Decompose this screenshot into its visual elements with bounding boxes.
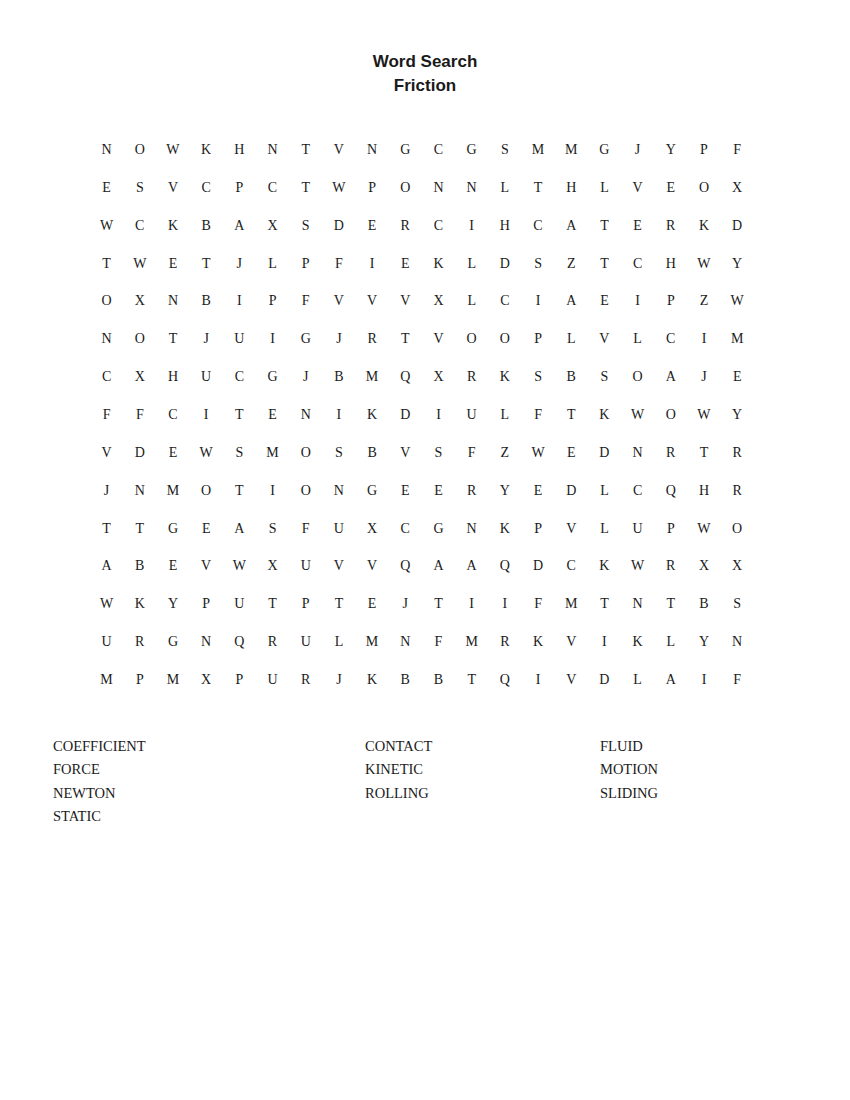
grid-cell-r8c5: T	[223, 396, 256, 434]
grid-cell-r9c10: V	[389, 434, 422, 472]
grid-cell-r12c10: Q	[389, 547, 422, 585]
grid-cell-r4c3: E	[156, 245, 189, 283]
grid-cell-r9c19: T	[687, 434, 720, 472]
word-list-item: COEFFICIENT	[53, 735, 146, 758]
grid-cell-r5c15: A	[555, 282, 588, 320]
grid-cell-r2c18: E	[654, 169, 687, 207]
grid-cell-r11c14: P	[521, 510, 554, 548]
word-list-item: STATIC	[53, 805, 146, 828]
grid-cell-r9c3: E	[156, 434, 189, 472]
grid-cell-r14c5: Q	[223, 623, 256, 661]
word-list-item: ROLLING	[365, 782, 432, 805]
grid-cell-r5c6: P	[256, 282, 289, 320]
grid-cell-r7c1: C	[90, 358, 123, 396]
grid-cell-r2c9: P	[356, 169, 389, 207]
grid-cell-r2c1: E	[90, 169, 123, 207]
grid-cell-r10c12: R	[455, 472, 488, 510]
grid-cell-r11c8: U	[322, 510, 355, 548]
grid-cell-r11c9: X	[356, 510, 389, 548]
grid-cell-r11c1: T	[90, 510, 123, 548]
grid-cell-r13c18: T	[654, 585, 687, 623]
grid-cell-r10c15: D	[555, 472, 588, 510]
grid-cell-r13c5: U	[223, 585, 256, 623]
grid-cell-r7c15: B	[555, 358, 588, 396]
grid-cell-r10c3: M	[156, 472, 189, 510]
grid-cell-r5c1: O	[90, 282, 123, 320]
grid-cell-r4c16: T	[588, 245, 621, 283]
grid-cell-r5c3: N	[156, 282, 189, 320]
word-list-item: CONTACT	[365, 735, 432, 758]
grid-cell-r2c2: S	[123, 169, 156, 207]
grid-cell-r12c11: A	[422, 547, 455, 585]
grid-cell-r15c14: I	[521, 661, 554, 699]
grid-cell-r11c17: U	[621, 510, 654, 548]
grid-cell-r1c15: M	[555, 131, 588, 169]
grid-cell-r10c16: L	[588, 472, 621, 510]
grid-cell-r8c3: C	[156, 396, 189, 434]
grid-cell-r3c17: E	[621, 207, 654, 245]
grid-cell-r14c10: N	[389, 623, 422, 661]
grid-cell-r8c17: W	[621, 396, 654, 434]
grid-cell-r13c6: T	[256, 585, 289, 623]
grid-cell-r14c2: R	[123, 623, 156, 661]
grid-cell-r3c5: A	[223, 207, 256, 245]
grid-cell-r1c19: P	[687, 131, 720, 169]
grid-cell-r7c8: B	[322, 358, 355, 396]
grid-cell-r8c8: I	[322, 396, 355, 434]
grid-cell-r10c4: O	[190, 472, 223, 510]
grid-cell-r12c2: B	[123, 547, 156, 585]
grid-cell-r3c1: W	[90, 207, 123, 245]
grid-cell-r9c4: W	[190, 434, 223, 472]
grid-cell-r3c12: I	[455, 207, 488, 245]
grid-cell-r4c9: I	[356, 245, 389, 283]
grid-cell-r5c8: V	[322, 282, 355, 320]
grid-cell-r4c7: P	[289, 245, 322, 283]
grid-cell-r5c10: V	[389, 282, 422, 320]
grid-cell-r14c20: N	[721, 623, 754, 661]
grid-cell-r13c8: T	[322, 585, 355, 623]
grid-cell-r1c6: N	[256, 131, 289, 169]
grid-cell-r13c1: W	[90, 585, 123, 623]
grid-cell-r6c6: I	[256, 320, 289, 358]
grid-cell-r3c11: C	[422, 207, 455, 245]
grid-cell-r12c13: Q	[488, 547, 521, 585]
grid-cell-r14c4: N	[190, 623, 223, 661]
grid-cell-r2c4: C	[190, 169, 223, 207]
grid-cell-r7c7: J	[289, 358, 322, 396]
grid-cell-r14c18: L	[654, 623, 687, 661]
grid-cell-r7c11: X	[422, 358, 455, 396]
word-list-column-2: CONTACTKINETICROLLING	[365, 735, 432, 805]
grid-cell-r5c5: I	[223, 282, 256, 320]
grid-cell-r11c16: L	[588, 510, 621, 548]
grid-cell-r12c3: E	[156, 547, 189, 585]
grid-cell-r9c13: Z	[488, 434, 521, 472]
grid-cell-r8c7: N	[289, 396, 322, 434]
grid-cell-r4c14: S	[521, 245, 554, 283]
grid-cell-r9c6: M	[256, 434, 289, 472]
grid-cell-r12c12: A	[455, 547, 488, 585]
grid-cell-r6c2: O	[123, 320, 156, 358]
grid-cell-r7c17: O	[621, 358, 654, 396]
grid-cell-r11c10: C	[389, 510, 422, 548]
grid-cell-r6c4: J	[190, 320, 223, 358]
grid-cell-r1c4: K	[190, 131, 223, 169]
grid-cell-r4c1: T	[90, 245, 123, 283]
grid-cell-r15c9: K	[356, 661, 389, 699]
grid-cell-r12c16: K	[588, 547, 621, 585]
grid-cell-r15c18: A	[654, 661, 687, 699]
grid-cell-r12c7: U	[289, 547, 322, 585]
grid-cell-r6c20: M	[721, 320, 754, 358]
grid-cell-r4c10: E	[389, 245, 422, 283]
word-list-column-3: FLUIDMOTIONSLIDING	[600, 735, 658, 805]
grid-cell-r2c6: C	[256, 169, 289, 207]
grid-cell-r14c15: V	[555, 623, 588, 661]
word-list-column-1: COEFFICIENTFORCENEWTONSTATIC	[53, 735, 146, 828]
grid-cell-r3c18: R	[654, 207, 687, 245]
grid-cell-r8c20: Y	[721, 396, 754, 434]
grid-cell-r14c14: K	[521, 623, 554, 661]
word-list-item: NEWTON	[53, 782, 146, 805]
grid-cell-r10c17: C	[621, 472, 654, 510]
grid-cell-r4c5: J	[223, 245, 256, 283]
grid-cell-r2c3: V	[156, 169, 189, 207]
grid-cell-r12c18: R	[654, 547, 687, 585]
grid-cell-r14c19: Y	[687, 623, 720, 661]
grid-cell-r1c11: C	[422, 131, 455, 169]
grid-cell-r9c17: N	[621, 434, 654, 472]
grid-cell-r9c14: W	[521, 434, 554, 472]
grid-cell-r6c5: U	[223, 320, 256, 358]
grid-cell-r14c13: R	[488, 623, 521, 661]
grid-cell-r8c9: K	[356, 396, 389, 434]
grid-cell-r7c20: E	[721, 358, 754, 396]
grid-cell-r3c2: C	[123, 207, 156, 245]
grid-cell-r1c16: G	[588, 131, 621, 169]
grid-cell-r15c17: L	[621, 661, 654, 699]
grid-cell-r11c13: K	[488, 510, 521, 548]
grid-cell-r13c20: S	[721, 585, 754, 623]
grid-cell-r12c5: W	[223, 547, 256, 585]
grid-cell-r1c2: O	[123, 131, 156, 169]
grid-cell-r8c1: F	[90, 396, 123, 434]
word-list-item: SLIDING	[600, 782, 658, 805]
grid-cell-r5c11: X	[422, 282, 455, 320]
grid-cell-r12c8: V	[322, 547, 355, 585]
grid-cell-r13c10: J	[389, 585, 422, 623]
grid-cell-r15c16: D	[588, 661, 621, 699]
grid-cell-r10c11: E	[422, 472, 455, 510]
grid-cell-r15c6: U	[256, 661, 289, 699]
grid-cell-r5c12: L	[455, 282, 488, 320]
grid-cell-r9c7: O	[289, 434, 322, 472]
grid-cell-r5c2: X	[123, 282, 156, 320]
grid-cell-r6c12: O	[455, 320, 488, 358]
grid-cell-r5c9: V	[356, 282, 389, 320]
grid-cell-r15c1: M	[90, 661, 123, 699]
grid-cell-r4c8: F	[322, 245, 355, 283]
title-line-1: Word Search	[0, 50, 850, 74]
grid-cell-r7c18: A	[654, 358, 687, 396]
grid-cell-r5c16: E	[588, 282, 621, 320]
grid-cell-r15c2: P	[123, 661, 156, 699]
word-list-item: FORCE	[53, 758, 146, 781]
grid-cell-r13c11: T	[422, 585, 455, 623]
title-line-2: Friction	[0, 74, 850, 98]
grid-cell-r6c9: R	[356, 320, 389, 358]
grid-cell-r6c17: L	[621, 320, 654, 358]
grid-cell-r14c7: U	[289, 623, 322, 661]
grid-cell-r15c8: J	[322, 661, 355, 699]
grid-cell-r14c6: R	[256, 623, 289, 661]
grid-cell-r9c9: B	[356, 434, 389, 472]
grid-cell-r15c10: B	[389, 661, 422, 699]
grid-cell-r7c16: S	[588, 358, 621, 396]
grid-cell-r10c2: N	[123, 472, 156, 510]
grid-cell-r6c18: C	[654, 320, 687, 358]
grid-cell-r12c9: V	[356, 547, 389, 585]
grid-cell-r11c6: S	[256, 510, 289, 548]
grid-cell-r8c11: I	[422, 396, 455, 434]
grid-cell-r10c1: J	[90, 472, 123, 510]
grid-cell-r8c6: E	[256, 396, 289, 434]
grid-cell-r13c2: K	[123, 585, 156, 623]
grid-cell-r3c3: K	[156, 207, 189, 245]
grid-cell-r11c12: N	[455, 510, 488, 548]
grid-cell-r10c18: Q	[654, 472, 687, 510]
grid-cell-r2c19: O	[687, 169, 720, 207]
grid-cell-r7c14: S	[521, 358, 554, 396]
grid-cell-r12c17: W	[621, 547, 654, 585]
grid-cell-r4c6: L	[256, 245, 289, 283]
grid-cell-r13c12: I	[455, 585, 488, 623]
grid-cell-r11c18: P	[654, 510, 687, 548]
grid-cell-r11c19: W	[687, 510, 720, 548]
grid-cell-r1c9: N	[356, 131, 389, 169]
grid-cell-r4c17: C	[621, 245, 654, 283]
grid-cell-r10c7: O	[289, 472, 322, 510]
grid-cell-r2c10: O	[389, 169, 422, 207]
grid-cell-r5c20: W	[721, 282, 754, 320]
grid-cell-r15c13: Q	[488, 661, 521, 699]
grid-cell-r9c5: S	[223, 434, 256, 472]
grid-cell-r1c13: S	[488, 131, 521, 169]
grid-cell-r8c14: F	[521, 396, 554, 434]
grid-cell-r2c13: L	[488, 169, 521, 207]
grid-cell-r12c4: V	[190, 547, 223, 585]
grid-cell-r2c16: L	[588, 169, 621, 207]
grid-cell-r6c3: T	[156, 320, 189, 358]
grid-cell-r13c9: E	[356, 585, 389, 623]
word-search-grid: NOWKHNTVNGCGSMMGJYPFESVCPCTWPONNLTHLVEOX…	[90, 131, 754, 699]
grid-cell-r7c13: K	[488, 358, 521, 396]
grid-cell-r5c17: I	[621, 282, 654, 320]
grid-cell-r5c18: P	[654, 282, 687, 320]
word-list-item: KINETIC	[365, 758, 432, 781]
grid-cell-r9c12: F	[455, 434, 488, 472]
grid-cell-r6c15: L	[555, 320, 588, 358]
grid-cell-r8c18: O	[654, 396, 687, 434]
grid-cell-r11c4: E	[190, 510, 223, 548]
grid-cell-r2c12: N	[455, 169, 488, 207]
grid-cell-r9c15: E	[555, 434, 588, 472]
grid-cell-r13c7: P	[289, 585, 322, 623]
grid-cell-r10c13: Y	[488, 472, 521, 510]
grid-cell-r7c4: U	[190, 358, 223, 396]
grid-cell-r11c2: T	[123, 510, 156, 548]
grid-cell-r6c1: N	[90, 320, 123, 358]
grid-cell-r8c10: D	[389, 396, 422, 434]
grid-cell-r5c14: I	[521, 282, 554, 320]
puzzle-title: Word Search Friction	[0, 50, 850, 98]
grid-cell-r15c5: P	[223, 661, 256, 699]
grid-cell-r2c15: H	[555, 169, 588, 207]
grid-cell-r9c18: R	[654, 434, 687, 472]
grid-cell-r3c8: D	[322, 207, 355, 245]
grid-cell-r1c14: M	[521, 131, 554, 169]
grid-cell-r7c12: R	[455, 358, 488, 396]
grid-cell-r15c15: V	[555, 661, 588, 699]
grid-cell-r4c11: K	[422, 245, 455, 283]
grid-cell-r2c14: T	[521, 169, 554, 207]
grid-cell-r6c7: G	[289, 320, 322, 358]
grid-cell-r12c15: C	[555, 547, 588, 585]
grid-cell-r10c14: E	[521, 472, 554, 510]
grid-cell-r1c18: Y	[654, 131, 687, 169]
word-list-item: MOTION	[600, 758, 658, 781]
grid-cell-r14c8: L	[322, 623, 355, 661]
grid-cell-r6c8: J	[322, 320, 355, 358]
grid-cell-r11c11: G	[422, 510, 455, 548]
grid-cell-r9c11: S	[422, 434, 455, 472]
grid-cell-r1c10: G	[389, 131, 422, 169]
grid-cell-r15c4: X	[190, 661, 223, 699]
grid-cell-r14c12: M	[455, 623, 488, 661]
grid-cell-r13c15: M	[555, 585, 588, 623]
grid-cell-r11c20: O	[721, 510, 754, 548]
grid-cell-r3c4: B	[190, 207, 223, 245]
grid-cell-r1c20: F	[721, 131, 754, 169]
grid-cell-r3c14: C	[521, 207, 554, 245]
grid-cell-r15c7: R	[289, 661, 322, 699]
grid-cell-r10c19: H	[687, 472, 720, 510]
grid-cell-r5c4: B	[190, 282, 223, 320]
grid-cell-r13c17: N	[621, 585, 654, 623]
grid-cell-r4c4: T	[190, 245, 223, 283]
grid-cell-r14c11: F	[422, 623, 455, 661]
grid-cell-r4c19: W	[687, 245, 720, 283]
grid-cell-r4c15: Z	[555, 245, 588, 283]
grid-cell-r14c1: U	[90, 623, 123, 661]
grid-cell-r10c10: E	[389, 472, 422, 510]
grid-cell-r6c19: I	[687, 320, 720, 358]
grid-cell-r5c7: F	[289, 282, 322, 320]
grid-cell-r13c3: Y	[156, 585, 189, 623]
grid-cell-r3c20: D	[721, 207, 754, 245]
grid-cell-r8c13: L	[488, 396, 521, 434]
grid-cell-r1c3: W	[156, 131, 189, 169]
grid-cell-r8c16: K	[588, 396, 621, 434]
grid-cell-r6c14: P	[521, 320, 554, 358]
grid-cell-r3c19: K	[687, 207, 720, 245]
grid-cell-r12c6: X	[256, 547, 289, 585]
grid-cell-r7c10: Q	[389, 358, 422, 396]
grid-cell-r4c2: W	[123, 245, 156, 283]
grid-cell-r6c11: V	[422, 320, 455, 358]
grid-cell-r3c13: H	[488, 207, 521, 245]
grid-cell-r4c12: L	[455, 245, 488, 283]
grid-cell-r12c1: A	[90, 547, 123, 585]
word-search-page: Word Search Friction NOWKHNTVNGCGSMMGJYP…	[0, 0, 850, 1100]
grid-cell-r10c5: T	[223, 472, 256, 510]
grid-cell-r12c20: X	[721, 547, 754, 585]
grid-cell-r2c5: P	[223, 169, 256, 207]
grid-cell-r2c17: V	[621, 169, 654, 207]
grid-cell-r1c12: G	[455, 131, 488, 169]
grid-cell-r8c19: W	[687, 396, 720, 434]
grid-cell-r8c12: U	[455, 396, 488, 434]
grid-cell-r8c2: F	[123, 396, 156, 434]
grid-cell-r1c5: H	[223, 131, 256, 169]
grid-cell-r10c6: I	[256, 472, 289, 510]
grid-cell-r14c17: K	[621, 623, 654, 661]
grid-cell-r13c13: I	[488, 585, 521, 623]
grid-cell-r8c15: T	[555, 396, 588, 434]
grid-cell-r14c16: I	[588, 623, 621, 661]
grid-cell-r2c8: W	[322, 169, 355, 207]
grid-cell-r7c3: H	[156, 358, 189, 396]
grid-cell-r5c13: C	[488, 282, 521, 320]
grid-cell-r12c19: X	[687, 547, 720, 585]
grid-cell-r1c7: T	[289, 131, 322, 169]
grid-cell-r6c10: T	[389, 320, 422, 358]
grid-cell-r9c16: D	[588, 434, 621, 472]
word-list-item: FLUID	[600, 735, 658, 758]
grid-cell-r1c1: N	[90, 131, 123, 169]
grid-cell-r6c13: O	[488, 320, 521, 358]
grid-cell-r3c15: A	[555, 207, 588, 245]
grid-cell-r13c16: T	[588, 585, 621, 623]
grid-cell-r5c19: Z	[687, 282, 720, 320]
grid-cell-r14c3: G	[156, 623, 189, 661]
grid-cell-r3c7: S	[289, 207, 322, 245]
grid-cell-r9c2: D	[123, 434, 156, 472]
grid-cell-r11c5: A	[223, 510, 256, 548]
grid-cell-r3c10: R	[389, 207, 422, 245]
grid-cell-r15c3: M	[156, 661, 189, 699]
grid-cell-r15c19: I	[687, 661, 720, 699]
grid-cell-r13c14: F	[521, 585, 554, 623]
grid-cell-r11c15: V	[555, 510, 588, 548]
grid-cell-r11c7: F	[289, 510, 322, 548]
grid-cell-r8c4: I	[190, 396, 223, 434]
grid-cell-r9c8: S	[322, 434, 355, 472]
grid-cell-r1c17: J	[621, 131, 654, 169]
grid-cell-r2c11: N	[422, 169, 455, 207]
grid-cell-r10c8: N	[322, 472, 355, 510]
grid-cell-r11c3: G	[156, 510, 189, 548]
grid-cell-r15c11: B	[422, 661, 455, 699]
grid-cell-r9c20: R	[721, 434, 754, 472]
grid-cell-r13c19: B	[687, 585, 720, 623]
grid-cell-r14c9: M	[356, 623, 389, 661]
grid-cell-r4c13: D	[488, 245, 521, 283]
grid-cell-r2c20: X	[721, 169, 754, 207]
grid-cell-r10c9: G	[356, 472, 389, 510]
grid-cell-r9c1: V	[90, 434, 123, 472]
